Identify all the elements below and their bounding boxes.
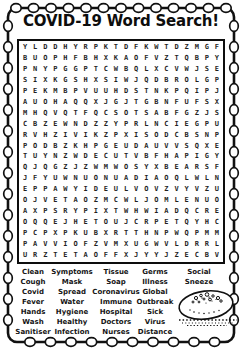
grid-cell-r8c4[interactable]: E	[50, 119, 60, 130]
grid-cell-r10c10[interactable]: E	[111, 141, 121, 152]
grid-cell-r20c11[interactable]: X	[121, 250, 131, 261]
grid-cell-r2c5[interactable]: H	[60, 53, 70, 64]
grid-cell-r2c20[interactable]: Y	[212, 53, 222, 64]
grid-cell-r13c2[interactable]: F	[30, 173, 40, 184]
grid-cell-r6c9[interactable]: J	[101, 97, 111, 108]
grid-cell-r4c11[interactable]: W	[121, 75, 131, 86]
grid-cell-r9c8[interactable]: K	[91, 130, 101, 141]
grid-cell-r2c1[interactable]: B	[20, 53, 30, 64]
grid-cell-r19c16[interactable]: L	[172, 239, 182, 250]
grid-cell-r16c20[interactable]: E	[212, 206, 222, 217]
grid-cell-r9c13[interactable]: S	[141, 130, 151, 141]
grid-cell-r12c16[interactable]: E	[172, 162, 182, 173]
grid-cell-r16c10[interactable]: T	[111, 206, 121, 217]
grid-cell-r12c7[interactable]: Z	[81, 162, 91, 173]
grid-cell-r16c3[interactable]: P	[40, 206, 50, 217]
grid-cell-r16c11[interactable]: W	[121, 206, 131, 217]
grid-cell-r10c4[interactable]: B	[50, 141, 60, 152]
grid-cell-r20c10[interactable]: F	[111, 250, 121, 261]
grid-cell-r12c20[interactable]: F	[212, 162, 222, 173]
grid-cell-r13c16[interactable]: Q	[172, 173, 182, 184]
grid-cell-r3c9[interactable]: C	[101, 64, 111, 75]
grid-cell-r6c2[interactable]: U	[30, 97, 40, 108]
grid-cell-r20c17[interactable]: E	[182, 250, 192, 261]
grid-cell-r2c15[interactable]: Z	[161, 53, 171, 64]
grid-cell-r11c9[interactable]: C	[101, 151, 111, 162]
grid-cell-r3c3[interactable]: Y	[40, 64, 50, 75]
grid-cell-r5c15[interactable]: K	[161, 86, 171, 97]
grid-cell-r4c13[interactable]: Q	[141, 75, 151, 86]
grid-cell-r5c6[interactable]: P	[71, 86, 81, 97]
grid-cell-r6c10[interactable]: G	[111, 97, 121, 108]
grid-cell-r15c16[interactable]: L	[172, 195, 182, 206]
grid-cell-r16c1[interactable]: A	[20, 206, 30, 217]
grid-cell-r4c6[interactable]: S	[71, 75, 81, 86]
grid-cell-r1c6[interactable]: Y	[71, 42, 81, 53]
grid-cell-r8c6[interactable]: N	[71, 119, 81, 130]
grid-cell-r2c8[interactable]: H	[91, 53, 101, 64]
grid-cell-r15c9[interactable]: M	[101, 195, 111, 206]
grid-cell-r17c19[interactable]: H	[202, 217, 212, 228]
grid-cell-r10c3[interactable]: D	[40, 141, 50, 152]
grid-cell-r3c6[interactable]: G	[71, 64, 81, 75]
grid-cell-r10c13[interactable]: A	[141, 141, 151, 152]
grid-cell-r18c7[interactable]: U	[81, 228, 91, 239]
grid-cell-r5c12[interactable]: S	[131, 86, 141, 97]
grid-cell-r12c13[interactable]: Y	[141, 162, 151, 173]
grid-cell-r8c2[interactable]: B	[30, 119, 40, 130]
grid-cell-r15c1[interactable]: O	[20, 195, 30, 206]
grid-cell-r10c20[interactable]: E	[212, 141, 222, 152]
grid-cell-r4c3[interactable]: X	[40, 75, 50, 86]
grid-cell-r8c10[interactable]: Y	[111, 119, 121, 130]
grid-cell-r1c4[interactable]: D	[50, 42, 60, 53]
grid-cell-r1c19[interactable]: G	[202, 42, 212, 53]
grid-cell-r4c2[interactable]: I	[30, 75, 40, 86]
grid-cell-r9c2[interactable]: V	[30, 130, 40, 141]
grid-cell-r1c14[interactable]: W	[151, 42, 161, 53]
grid-cell-r9c11[interactable]: X	[121, 130, 131, 141]
grid-cell-r19c12[interactable]: U	[131, 239, 141, 250]
grid-cell-r17c20[interactable]: C	[212, 217, 222, 228]
grid-cell-r19c9[interactable]: V	[101, 239, 111, 250]
grid-cell-r1c3[interactable]: D	[40, 42, 50, 53]
grid-cell-r11c7[interactable]: D	[81, 151, 91, 162]
grid-cell-r12c18[interactable]: R	[192, 162, 202, 173]
grid-cell-r12c8[interactable]: W	[91, 162, 101, 173]
grid-cell-r7c4[interactable]: V	[50, 108, 60, 119]
grid-cell-r12c5[interactable]: Z	[60, 162, 70, 173]
grid-cell-r1c8[interactable]: P	[91, 42, 101, 53]
grid-cell-r3c13[interactable]: L	[141, 64, 151, 75]
grid-cell-r3c5[interactable]: G	[60, 64, 70, 75]
grid-cell-r3c7[interactable]: P	[81, 64, 91, 75]
grid-cell-r4c14[interactable]: D	[151, 75, 161, 86]
grid-cell-r12c9[interactable]: M	[101, 162, 111, 173]
grid-cell-r9c10[interactable]: P	[111, 130, 121, 141]
grid-cell-r1c11[interactable]: D	[121, 42, 131, 53]
grid-cell-r19c19[interactable]: R	[202, 239, 212, 250]
grid-cell-r13c5[interactable]: W	[60, 173, 70, 184]
grid-cell-r1c9[interactable]: K	[101, 42, 111, 53]
grid-cell-r10c14[interactable]: U	[151, 141, 161, 152]
grid-cell-r6c8[interactable]: X	[91, 97, 101, 108]
grid-cell-r8c11[interactable]: P	[121, 119, 131, 130]
grid-cell-r20c8[interactable]: O	[91, 250, 101, 261]
grid-cell-r20c20[interactable]: V	[212, 250, 222, 261]
grid-cell-r11c20[interactable]: Y	[212, 151, 222, 162]
grid-cell-r11c6[interactable]: W	[71, 151, 81, 162]
grid-cell-r1c17[interactable]: Z	[182, 42, 192, 53]
grid-cell-r16c9[interactable]: X	[101, 206, 111, 217]
grid-cell-r8c9[interactable]: Z	[101, 119, 111, 130]
grid-cell-r10c6[interactable]: K	[71, 141, 81, 152]
grid-cell-r1c15[interactable]: T	[161, 42, 171, 53]
grid-cell-r20c9[interactable]: F	[101, 250, 111, 261]
grid-cell-r20c19[interactable]: B	[202, 250, 212, 261]
grid-cell-r14c7[interactable]: I	[81, 184, 91, 195]
grid-cell-r12c17[interactable]: A	[182, 162, 192, 173]
grid-cell-r7c16[interactable]: F	[172, 108, 182, 119]
grid-cell-r15c7[interactable]: O	[81, 195, 91, 206]
grid-cell-r11c17[interactable]: P	[182, 151, 192, 162]
grid-cell-r14c14[interactable]: V	[151, 184, 161, 195]
grid-cell-r10c5[interactable]: Z	[60, 141, 70, 152]
grid-cell-r4c4[interactable]: K	[50, 75, 60, 86]
grid-cell-r10c12[interactable]: D	[131, 141, 141, 152]
grid-cell-r4c8[interactable]: X	[91, 75, 101, 86]
grid-cell-r1c13[interactable]: K	[141, 42, 151, 53]
grid-cell-r9c4[interactable]: Z	[50, 130, 60, 141]
grid-cell-r3c4[interactable]: P	[50, 64, 60, 75]
grid-cell-r3c14[interactable]: X	[151, 64, 161, 75]
grid-cell-r14c3[interactable]: P	[40, 184, 50, 195]
grid-cell-r11c2[interactable]: U	[30, 151, 40, 162]
grid-cell-r13c9[interactable]: N	[101, 173, 111, 184]
grid-cell-r17c18[interactable]: Y	[192, 217, 202, 228]
grid-cell-r8c5[interactable]: W	[60, 119, 70, 130]
grid-cell-r5c8[interactable]: U	[91, 86, 101, 97]
grid-cell-r17c14[interactable]: P	[151, 217, 161, 228]
grid-cell-r10c8[interactable]: P	[91, 141, 101, 152]
grid-cell-r2c11[interactable]: A	[121, 53, 131, 64]
grid-cell-r15c12[interactable]: L	[131, 195, 141, 206]
grid-cell-r20c5[interactable]: E	[60, 250, 70, 261]
grid-cell-r7c9[interactable]: C	[101, 108, 111, 119]
grid-cell-r4c5[interactable]: G	[60, 75, 70, 86]
grid-cell-r5c10[interactable]: H	[111, 86, 121, 97]
grid-cell-r3c2[interactable]: N	[30, 64, 40, 75]
grid-cell-r13c4[interactable]: U	[50, 173, 60, 184]
grid-cell-r8c7[interactable]: D	[81, 119, 91, 130]
grid-cell-r9c6[interactable]: V	[71, 130, 81, 141]
grid-cell-r5c4[interactable]: M	[50, 86, 60, 97]
grid-cell-r11c4[interactable]: N	[50, 151, 60, 162]
grid-cell-r15c18[interactable]: N	[192, 195, 202, 206]
grid-cell-r5c17[interactable]: Q	[182, 86, 192, 97]
grid-cell-r10c9[interactable]: G	[101, 141, 111, 152]
grid-cell-r15c13[interactable]: J	[141, 195, 151, 206]
grid-cell-r14c9[interactable]: E	[101, 184, 111, 195]
grid-cell-r13c17[interactable]: L	[182, 173, 192, 184]
grid-cell-r1c10[interactable]: T	[111, 42, 121, 53]
grid-cell-r19c17[interactable]: D	[182, 239, 192, 250]
grid-cell-r2c17[interactable]: Q	[182, 53, 192, 64]
grid-cell-r19c18[interactable]: R	[192, 239, 202, 250]
grid-cell-r7c1[interactable]: M	[20, 108, 30, 119]
grid-cell-r7c8[interactable]: Q	[91, 108, 101, 119]
grid-cell-r17c9[interactable]: O	[101, 217, 111, 228]
grid-cell-r12c14[interactable]: X	[151, 162, 161, 173]
grid-cell-r7c7[interactable]: F	[81, 108, 91, 119]
grid-cell-r19c2[interactable]: A	[30, 239, 40, 250]
grid-cell-r4c17[interactable]: O	[182, 75, 192, 86]
grid-cell-r5c7[interactable]: V	[81, 86, 91, 97]
grid-cell-r16c15[interactable]: A	[161, 206, 171, 217]
grid-cell-r7c13[interactable]: S	[141, 108, 151, 119]
grid-cell-r1c7[interactable]: R	[81, 42, 91, 53]
grid-cell-r13c20[interactable]: N	[212, 173, 222, 184]
grid-cell-r18c1[interactable]: P	[20, 228, 30, 239]
grid-cell-r1c20[interactable]: F	[212, 42, 222, 53]
grid-cell-r7c17[interactable]: G	[182, 108, 192, 119]
grid-cell-r19c1[interactable]: P	[20, 239, 30, 250]
grid-cell-r11c13[interactable]: B	[141, 151, 151, 162]
grid-cell-r11c3[interactable]: Y	[40, 151, 50, 162]
grid-cell-r18c4[interactable]: X	[50, 228, 60, 239]
grid-cell-r20c16[interactable]: Z	[172, 250, 182, 261]
grid-cell-r14c8[interactable]: D	[91, 184, 101, 195]
grid-cell-r15c15[interactable]: M	[161, 195, 171, 206]
grid-cell-r1c5[interactable]: H	[60, 42, 70, 53]
grid-cell-r19c3[interactable]: V	[40, 239, 50, 250]
grid-cell-r9c12[interactable]: I	[131, 130, 141, 141]
grid-cell-r17c12[interactable]: C	[131, 217, 141, 228]
grid-cell-r15c20[interactable]: O	[212, 195, 222, 206]
grid-cell-r12c15[interactable]: B	[161, 162, 171, 173]
grid-cell-r6c13[interactable]: G	[141, 97, 151, 108]
grid-cell-r15c8[interactable]: Z	[91, 195, 101, 206]
grid-cell-r11c11[interactable]: T	[121, 151, 131, 162]
grid-cell-r4c9[interactable]: S	[101, 75, 111, 86]
grid-cell-r18c14[interactable]: N	[151, 228, 161, 239]
grid-cell-r11c18[interactable]: I	[192, 151, 202, 162]
grid-cell-r13c1[interactable]: J	[20, 173, 30, 184]
grid-cell-r14c15[interactable]: Z	[161, 184, 171, 195]
grid-cell-r16c18[interactable]: C	[192, 206, 202, 217]
grid-cell-r1c1[interactable]: Y	[20, 42, 30, 53]
grid-cell-r7c3[interactable]: Q	[40, 108, 50, 119]
grid-cell-r5c14[interactable]: N	[151, 86, 161, 97]
grid-cell-r5c20[interactable]: J	[212, 86, 222, 97]
grid-cell-r9c7[interactable]: I	[81, 130, 91, 141]
grid-cell-r12c6[interactable]: J	[71, 162, 81, 173]
grid-cell-r6c18[interactable]: F	[192, 97, 202, 108]
grid-cell-r16c2[interactable]: X	[30, 206, 40, 217]
grid-cell-r20c6[interactable]: T	[71, 250, 81, 261]
grid-cell-r4c7[interactable]: H	[81, 75, 91, 86]
grid-cell-r10c7[interactable]: H	[81, 141, 91, 152]
grid-cell-r15c2[interactable]: J	[30, 195, 40, 206]
grid-cell-r19c4[interactable]: V	[50, 239, 60, 250]
grid-cell-r12c3[interactable]: Q	[40, 162, 50, 173]
grid-cell-r7c2[interactable]: H	[30, 108, 40, 119]
grid-cell-r18c15[interactable]: P	[161, 228, 171, 239]
grid-cell-r20c13[interactable]: Y	[141, 250, 151, 261]
grid-cell-r17c7[interactable]: E	[81, 217, 91, 228]
grid-cell-r11c8[interactable]: E	[91, 151, 101, 162]
grid-cell-r14c16[interactable]: V	[172, 184, 182, 195]
grid-cell-r3c15[interactable]: C	[161, 64, 171, 75]
grid-cell-r16c5[interactable]: R	[60, 206, 70, 217]
grid-cell-r19c15[interactable]: V	[161, 239, 171, 250]
grid-cell-r14c13[interactable]: O	[141, 184, 151, 195]
grid-cell-r16c7[interactable]: P	[81, 206, 91, 217]
grid-cell-r18c20[interactable]: M	[212, 228, 222, 239]
grid-cell-r11c12[interactable]: V	[131, 151, 141, 162]
grid-cell-r10c1[interactable]: P	[20, 141, 30, 152]
grid-cell-r6c4[interactable]: H	[50, 97, 60, 108]
grid-cell-r15c5[interactable]: T	[60, 195, 70, 206]
grid-cell-r8c1[interactable]: C	[20, 119, 30, 130]
grid-cell-r7c6[interactable]: T	[71, 108, 81, 119]
grid-cell-r18c5[interactable]: P	[60, 228, 70, 239]
grid-cell-r13c14[interactable]: A	[151, 173, 161, 184]
grid-cell-r6c11[interactable]: J	[121, 97, 131, 108]
grid-cell-r11c19[interactable]: G	[202, 151, 212, 162]
grid-cell-r8c3[interactable]: Z	[40, 119, 50, 130]
grid-cell-r11c10[interactable]: U	[111, 151, 121, 162]
grid-cell-r8c20[interactable]: U	[212, 119, 222, 130]
grid-cell-r17c5[interactable]: J	[60, 217, 70, 228]
grid-cell-r1c2[interactable]: L	[30, 42, 40, 53]
grid-cell-r14c4[interactable]: A	[50, 184, 60, 195]
grid-cell-r11c14[interactable]: F	[151, 151, 161, 162]
grid-cell-r16c4[interactable]: S	[50, 206, 60, 217]
grid-cell-r18c11[interactable]: T	[121, 228, 131, 239]
grid-cell-r20c14[interactable]: Y	[151, 250, 161, 261]
grid-cell-r19c7[interactable]: F	[81, 239, 91, 250]
grid-cell-r18c3[interactable]: P	[40, 228, 50, 239]
grid-cell-r19c5[interactable]: I	[60, 239, 70, 250]
grid-cell-r20c7[interactable]: A	[81, 250, 91, 261]
grid-cell-r16c12[interactable]: H	[131, 206, 141, 217]
grid-cell-r13c19[interactable]: L	[202, 173, 212, 184]
grid-cell-r5c3[interactable]: K	[40, 86, 50, 97]
grid-cell-r6c3[interactable]: O	[40, 97, 50, 108]
grid-cell-r16c8[interactable]: I	[91, 206, 101, 217]
grid-cell-r4c20[interactable]: P	[212, 75, 222, 86]
grid-cell-r17c15[interactable]: E	[161, 217, 171, 228]
grid-cell-r6c5[interactable]: A	[60, 97, 70, 108]
grid-cell-r7c5[interactable]: Q	[60, 108, 70, 119]
grid-cell-r16c16[interactable]: D	[172, 206, 182, 217]
grid-cell-r18c6[interactable]: K	[71, 228, 81, 239]
grid-cell-r14c20[interactable]: U	[212, 184, 222, 195]
grid-cell-r20c2[interactable]: R	[30, 250, 40, 261]
grid-cell-r11c15[interactable]: H	[161, 151, 171, 162]
grid-cell-r12c12[interactable]: S	[131, 162, 141, 173]
grid-cell-r20c18[interactable]: C	[192, 250, 202, 261]
grid-cell-r10c16[interactable]: V	[172, 141, 182, 152]
grid-cell-r10c11[interactable]: U	[121, 141, 131, 152]
grid-cell-r18c18[interactable]: P	[192, 228, 202, 239]
grid-cell-r6c17[interactable]: U	[182, 97, 192, 108]
grid-cell-r3c11[interactable]: B	[121, 64, 131, 75]
grid-cell-r9c14[interactable]: O	[151, 130, 161, 141]
grid-cell-r14c5[interactable]: W	[60, 184, 70, 195]
grid-cell-r15c11[interactable]: W	[121, 195, 131, 206]
grid-cell-r13c13[interactable]: I	[141, 173, 151, 184]
grid-cell-r9c18[interactable]: S	[192, 130, 202, 141]
grid-cell-r19c8[interactable]: Z	[91, 239, 101, 250]
grid-cell-r7c10[interactable]: S	[111, 108, 121, 119]
grid-cell-r3c17[interactable]: W	[182, 64, 192, 75]
grid-cell-r13c8[interactable]: O	[91, 173, 101, 184]
grid-cell-r18c12[interactable]: T	[131, 228, 141, 239]
grid-cell-r2c6[interactable]: F	[71, 53, 81, 64]
grid-cell-r13c12[interactable]: D	[131, 173, 141, 184]
grid-cell-r10c2[interactable]: O	[30, 141, 40, 152]
grid-cell-r8c19[interactable]: P	[202, 119, 212, 130]
grid-cell-r12c4[interactable]: G	[50, 162, 60, 173]
grid-cell-r15c17[interactable]: E	[182, 195, 192, 206]
grid-cell-r4c19[interactable]: G	[202, 75, 212, 86]
grid-cell-r7c18[interactable]: Z	[192, 108, 202, 119]
grid-cell-r18c8[interactable]: B	[91, 228, 101, 239]
grid-cell-r2c13[interactable]: F	[141, 53, 151, 64]
grid-cell-r20c12[interactable]: J	[131, 250, 141, 261]
grid-cell-r17c3[interactable]: Q	[40, 217, 50, 228]
grid-cell-r18c9[interactable]: X	[101, 228, 111, 239]
grid-cell-r15c14[interactable]: O	[151, 195, 161, 206]
grid-cell-r6c1[interactable]: A	[20, 97, 30, 108]
grid-cell-r5c11[interactable]: D	[121, 86, 131, 97]
grid-cell-r12c19[interactable]: S	[202, 162, 212, 173]
grid-cell-r7c19[interactable]: J	[202, 108, 212, 119]
grid-cell-r9c16[interactable]: C	[172, 130, 182, 141]
grid-cell-r16c19[interactable]: R	[202, 206, 212, 217]
grid-cell-r2c9[interactable]: X	[101, 53, 111, 64]
grid-cell-r7c20[interactable]: S	[212, 108, 222, 119]
grid-cell-r10c19[interactable]: X	[202, 141, 212, 152]
grid-cell-r13c10[interactable]: U	[111, 173, 121, 184]
grid-cell-r5c18[interactable]: I	[192, 86, 202, 97]
grid-cell-r4c10[interactable]: I	[111, 75, 121, 86]
grid-cell-r1c16[interactable]: D	[172, 42, 182, 53]
grid-cell-r8c12[interactable]: R	[131, 119, 141, 130]
grid-cell-r5c13[interactable]: T	[141, 86, 151, 97]
grid-cell-r10c15[interactable]: V	[161, 141, 171, 152]
grid-cell-r7c11[interactable]: O	[121, 108, 131, 119]
grid-cell-r12c10[interactable]: W	[111, 162, 121, 173]
grid-cell-r7c14[interactable]: A	[151, 108, 161, 119]
grid-cell-r14c1[interactable]: E	[20, 184, 30, 195]
grid-cell-r17c17[interactable]: Q	[182, 217, 192, 228]
grid-cell-r2c14[interactable]: V	[151, 53, 161, 64]
grid-cell-r8c13[interactable]: L	[141, 119, 151, 130]
grid-cell-r9c15[interactable]: D	[161, 130, 171, 141]
grid-cell-r13c15[interactable]: O	[161, 173, 171, 184]
grid-cell-r18c10[interactable]: R	[111, 228, 121, 239]
grid-cell-r13c18[interactable]: W	[192, 173, 202, 184]
grid-cell-r12c2[interactable]: J	[30, 162, 40, 173]
grid-cell-r13c6[interactable]: N	[71, 173, 81, 184]
grid-cell-r13c11[interactable]: A	[121, 173, 131, 184]
grid-cell-r11c1[interactable]: T	[20, 151, 30, 162]
grid-cell-r9c3[interactable]: H	[40, 130, 50, 141]
grid-cell-r20c1[interactable]: U	[20, 250, 30, 261]
